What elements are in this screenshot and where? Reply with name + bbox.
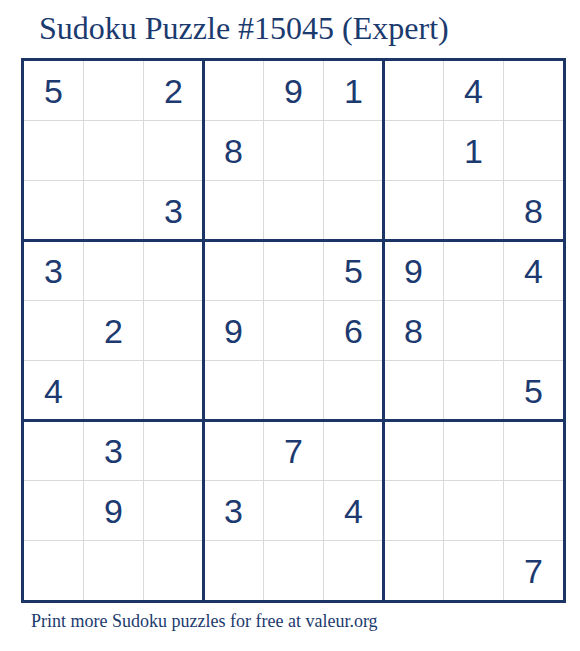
cell-r6c8[interactable] xyxy=(444,361,503,420)
cell-r3c9[interactable]: 8 xyxy=(504,181,563,240)
cell-r5c2[interactable]: 2 xyxy=(84,301,143,360)
cell-r7c1[interactable] xyxy=(24,421,83,480)
cell-r6c9[interactable]: 5 xyxy=(504,361,563,420)
cell-r7c8[interactable] xyxy=(444,421,503,480)
cell-r9c3[interactable] xyxy=(144,541,203,600)
cell-r8c4[interactable]: 3 xyxy=(204,481,263,540)
cell-r5c4[interactable]: 9 xyxy=(204,301,263,360)
cell-r3c1[interactable] xyxy=(24,181,83,240)
cell-r9c8[interactable] xyxy=(444,541,503,600)
cell-r9c9[interactable]: 7 xyxy=(504,541,563,600)
cell-r6c5[interactable] xyxy=(264,361,323,420)
cell-r7c4[interactable] xyxy=(204,421,263,480)
cell-r1c1[interactable]: 5 xyxy=(24,61,83,120)
cell-r8c1[interactable] xyxy=(24,481,83,540)
page-title: Sudoku Puzzle #15045 (Expert) xyxy=(39,10,449,47)
cell-r2c6[interactable] xyxy=(324,121,383,180)
cell-r8c7[interactable] xyxy=(384,481,443,540)
cell-r8c2[interactable]: 9 xyxy=(84,481,143,540)
cell-r1c7[interactable] xyxy=(384,61,443,120)
cell-r9c7[interactable] xyxy=(384,541,443,600)
cell-r7c5[interactable]: 7 xyxy=(264,421,323,480)
cell-r2c5[interactable] xyxy=(264,121,323,180)
cell-r5c8[interactable] xyxy=(444,301,503,360)
cell-r8c5[interactable] xyxy=(264,481,323,540)
cell-r4c8[interactable] xyxy=(444,241,503,300)
cell-r7c7[interactable] xyxy=(384,421,443,480)
cell-r7c9[interactable] xyxy=(504,421,563,480)
sudoku-board: 5291481383594296845379347 xyxy=(21,58,566,603)
cell-r3c2[interactable] xyxy=(84,181,143,240)
cell-r2c4[interactable]: 8 xyxy=(204,121,263,180)
cell-r6c6[interactable] xyxy=(324,361,383,420)
cell-r1c2[interactable] xyxy=(84,61,143,120)
cell-r6c3[interactable] xyxy=(144,361,203,420)
cell-r1c4[interactable] xyxy=(204,61,263,120)
cell-r8c8[interactable] xyxy=(444,481,503,540)
cell-r5c5[interactable] xyxy=(264,301,323,360)
cell-r4c6[interactable]: 5 xyxy=(324,241,383,300)
cell-r2c7[interactable] xyxy=(384,121,443,180)
cell-r3c6[interactable] xyxy=(324,181,383,240)
cell-r1c8[interactable]: 4 xyxy=(444,61,503,120)
cell-r5c1[interactable] xyxy=(24,301,83,360)
cell-r4c5[interactable] xyxy=(264,241,323,300)
cell-r8c9[interactable] xyxy=(504,481,563,540)
cell-r1c5[interactable]: 9 xyxy=(264,61,323,120)
cell-r9c4[interactable] xyxy=(204,541,263,600)
cell-r2c3[interactable] xyxy=(144,121,203,180)
cell-r3c7[interactable] xyxy=(384,181,443,240)
cell-r4c2[interactable] xyxy=(84,241,143,300)
cell-r3c4[interactable] xyxy=(204,181,263,240)
cell-r1c9[interactable] xyxy=(504,61,563,120)
cell-r4c3[interactable] xyxy=(144,241,203,300)
cell-r6c1[interactable]: 4 xyxy=(24,361,83,420)
cell-r3c3[interactable]: 3 xyxy=(144,181,203,240)
cell-r7c2[interactable]: 3 xyxy=(84,421,143,480)
cell-r6c2[interactable] xyxy=(84,361,143,420)
cell-r6c4[interactable] xyxy=(204,361,263,420)
cell-r2c1[interactable] xyxy=(24,121,83,180)
cell-r4c1[interactable]: 3 xyxy=(24,241,83,300)
cell-r5c3[interactable] xyxy=(144,301,203,360)
cell-r8c3[interactable] xyxy=(144,481,203,540)
cell-r5c9[interactable] xyxy=(504,301,563,360)
cell-r8c6[interactable]: 4 xyxy=(324,481,383,540)
cell-r7c3[interactable] xyxy=(144,421,203,480)
cell-r3c5[interactable] xyxy=(264,181,323,240)
cell-r9c5[interactable] xyxy=(264,541,323,600)
cell-r1c3[interactable]: 2 xyxy=(144,61,203,120)
cell-r4c9[interactable]: 4 xyxy=(504,241,563,300)
cell-r5c7[interactable]: 8 xyxy=(384,301,443,360)
cell-r3c8[interactable] xyxy=(444,181,503,240)
sudoku-grid: 5291481383594296845379347 xyxy=(24,61,563,600)
cell-r2c2[interactable] xyxy=(84,121,143,180)
cell-r2c8[interactable]: 1 xyxy=(444,121,503,180)
cell-r5c6[interactable]: 6 xyxy=(324,301,383,360)
cell-r4c4[interactable] xyxy=(204,241,263,300)
cell-r2c9[interactable] xyxy=(504,121,563,180)
footer-text: Print more Sudoku puzzles for free at va… xyxy=(31,611,378,632)
cell-r9c2[interactable] xyxy=(84,541,143,600)
cell-r9c1[interactable] xyxy=(24,541,83,600)
cell-r4c7[interactable]: 9 xyxy=(384,241,443,300)
cell-r6c7[interactable] xyxy=(384,361,443,420)
cell-r7c6[interactable] xyxy=(324,421,383,480)
cell-r1c6[interactable]: 1 xyxy=(324,61,383,120)
cell-r9c6[interactable] xyxy=(324,541,383,600)
